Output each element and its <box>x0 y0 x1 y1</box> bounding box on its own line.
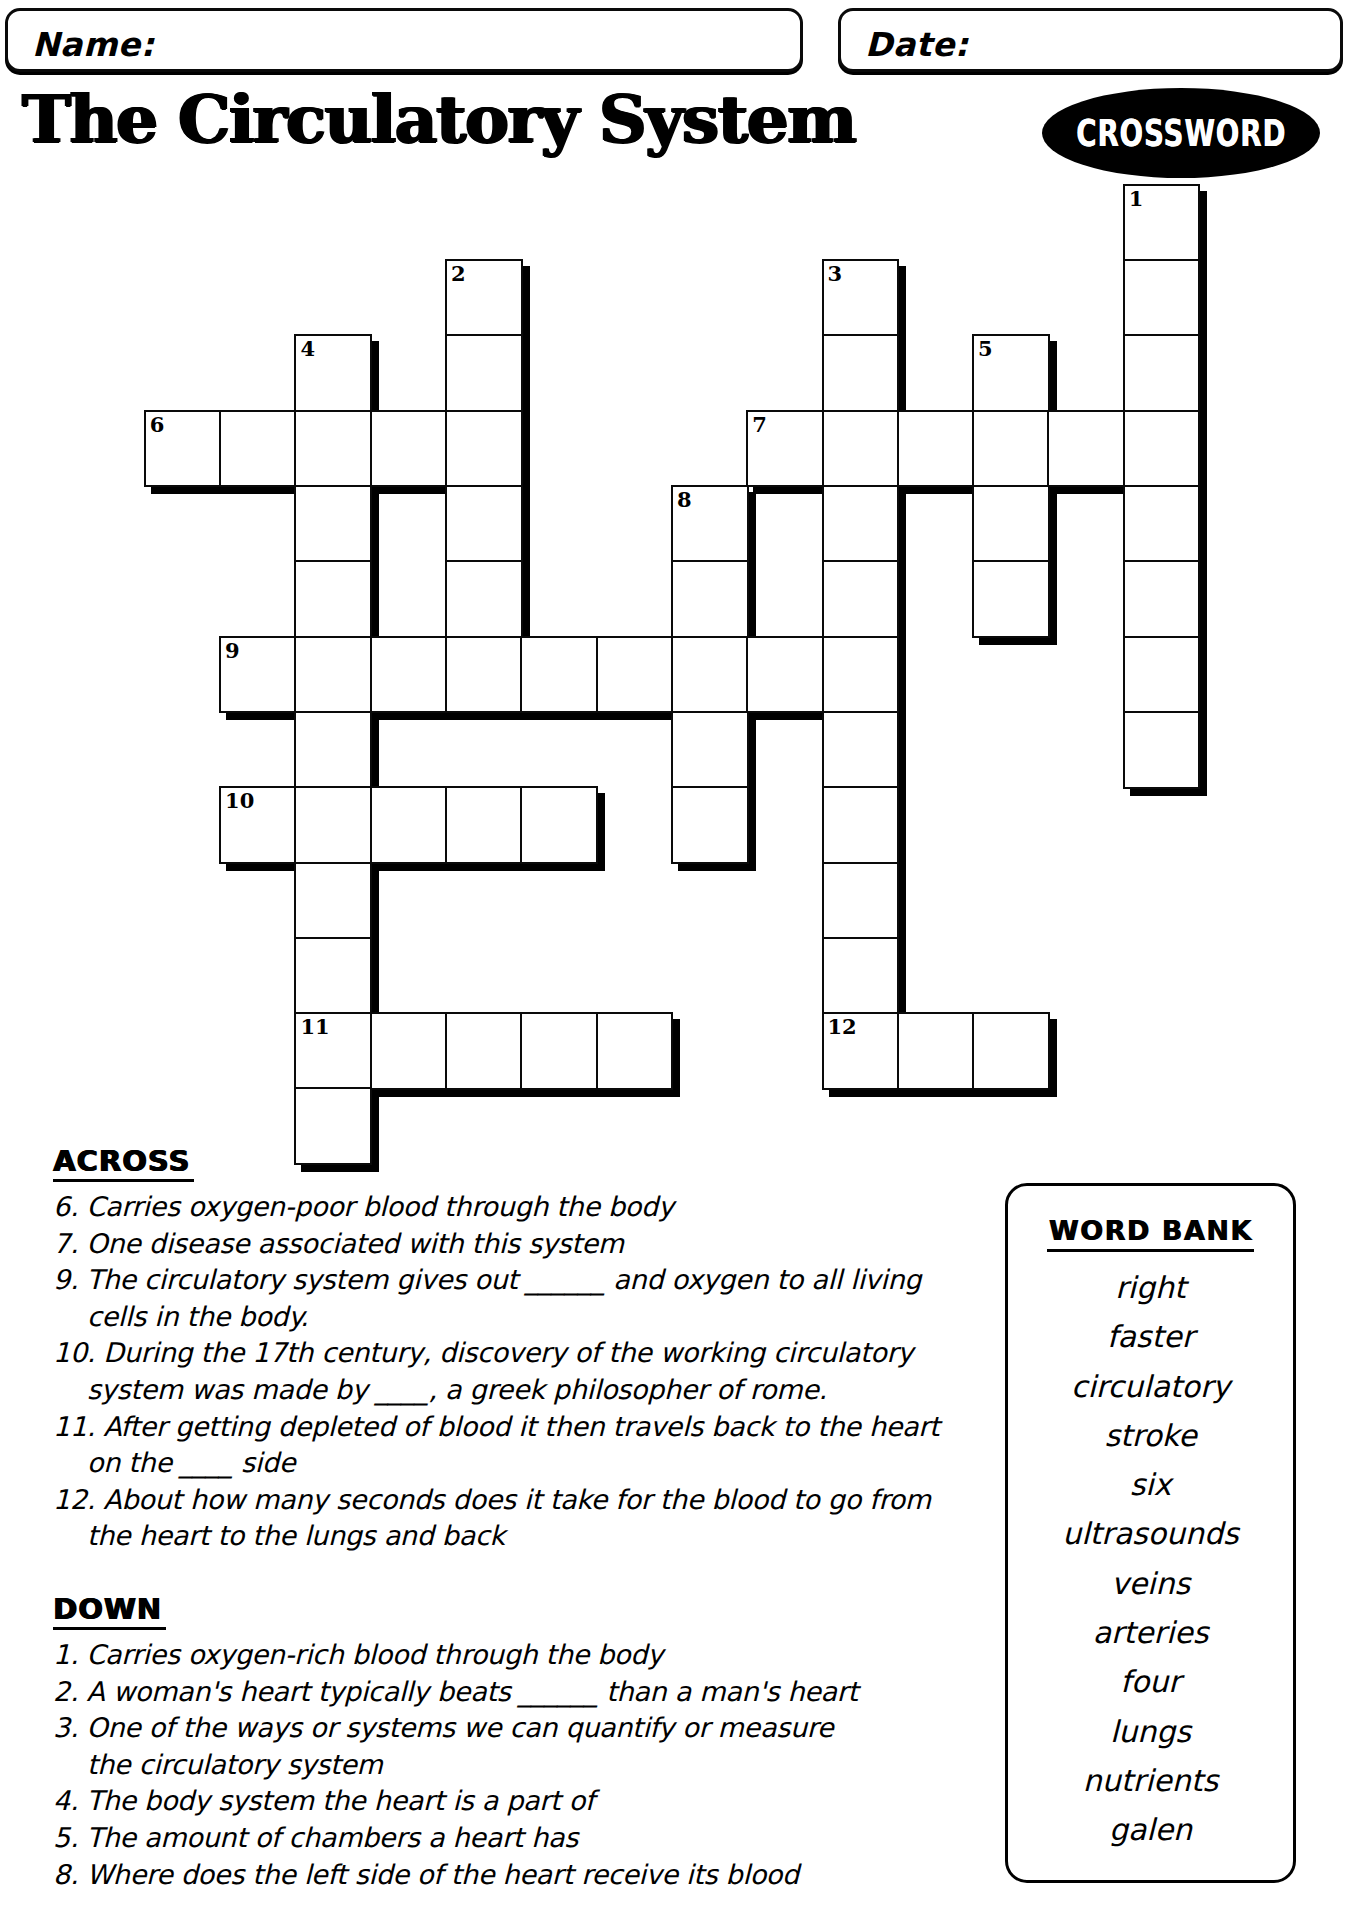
cell-r0c13[interactable]: 1 <box>1123 184 1201 262</box>
clue-number-7: 7 <box>752 413 767 436</box>
cell-r2c13[interactable] <box>1123 334 1201 412</box>
cell-r2c2[interactable]: 4 <box>294 334 372 412</box>
cell-r4c11[interactable] <box>972 485 1050 563</box>
clue-number-8: 8 <box>677 488 692 511</box>
cell-r8c5[interactable] <box>520 786 598 864</box>
cell-r7c13[interactable] <box>1123 711 1201 789</box>
down-clues: 1. Carries oxygen-rich blood through the… <box>53 1637 858 1893</box>
word-bank-word-nutrients: nutrients <box>1008 1756 1293 1805</box>
word-bank-word-circulatory: circulatory <box>1008 1362 1293 1411</box>
cell-r5c2[interactable] <box>294 560 372 638</box>
cell-r3c2[interactable] <box>294 410 372 488</box>
cell-r10c9[interactable] <box>822 937 900 1015</box>
across-clue-12-cont: the heart to the lungs and back <box>53 1518 939 1555</box>
across-clue-11: 11. After getting depleted of blood it t… <box>53 1409 939 1446</box>
word-bank-word-arteries: arteries <box>1008 1608 1293 1657</box>
word-bank-heading: WORD BANK <box>1047 1215 1255 1252</box>
word-bank-word-veins: veins <box>1008 1559 1293 1608</box>
clue-number-4: 4 <box>300 337 315 360</box>
cell-r5c4[interactable] <box>445 560 523 638</box>
cell-r1c13[interactable] <box>1123 259 1201 337</box>
down-clue-1: 1. Carries oxygen-rich blood through the… <box>53 1637 858 1674</box>
word-bank-word-galen: galen <box>1008 1805 1293 1854</box>
down-clue-8: 8. Where does the left side of the heart… <box>53 1857 858 1894</box>
cell-r10c2[interactable] <box>294 937 372 1015</box>
cell-r3c10[interactable] <box>897 410 975 488</box>
word-bank-word-faster: faster <box>1008 1312 1293 1361</box>
cell-r6c1[interactable]: 9 <box>219 636 297 714</box>
cell-r3c12[interactable] <box>1047 410 1125 488</box>
clue-number-5: 5 <box>978 337 993 360</box>
cell-r7c7[interactable] <box>671 711 749 789</box>
cell-r7c9[interactable] <box>822 711 900 789</box>
cell-r5c13[interactable] <box>1123 560 1201 638</box>
word-bank-word-lungs: lungs <box>1008 1707 1293 1756</box>
cell-r3c4[interactable] <box>445 410 523 488</box>
cell-r6c9[interactable] <box>822 636 900 714</box>
across-section: ACROSS 6. Carries oxygen-poor blood thro… <box>53 1144 939 1555</box>
down-clue-5: 5. The amount of chambers a heart has <box>53 1820 858 1857</box>
cell-r1c9[interactable]: 3 <box>822 259 900 337</box>
clue-number-12: 12 <box>828 1015 857 1038</box>
cell-r5c9[interactable] <box>822 560 900 638</box>
cell-r2c11[interactable]: 5 <box>972 334 1050 412</box>
cell-r11c3[interactable] <box>370 1012 448 1090</box>
across-clue-9: 9. The circulatory system gives out ____… <box>53 1262 939 1299</box>
cell-r3c13[interactable] <box>1123 410 1201 488</box>
cell-r2c9[interactable] <box>822 334 900 412</box>
cell-r8c7[interactable] <box>671 786 749 864</box>
across-heading: ACROSS <box>53 1144 194 1182</box>
clue-number-1: 1 <box>1129 187 1144 210</box>
word-bank-words: rightfastercirculatorystrokesixultrasoun… <box>1008 1263 1293 1855</box>
clue-number-3: 3 <box>828 262 843 285</box>
cell-r3c11[interactable] <box>972 410 1050 488</box>
down-clue-3-cont: the circulatory system <box>53 1747 858 1784</box>
cell-r6c2[interactable] <box>294 636 372 714</box>
cell-r6c13[interactable] <box>1123 636 1201 714</box>
word-bank-word-four: four <box>1008 1657 1293 1706</box>
across-clue-10-cont: system was made by ____, a greek philoso… <box>53 1372 939 1409</box>
word-bank: WORD BANK rightfastercirculatorystrokesi… <box>1005 1183 1296 1883</box>
across-clues: 6. Carries oxygen-poor blood through the… <box>53 1189 939 1555</box>
cell-r8c9[interactable] <box>822 786 900 864</box>
cell-r4c13[interactable] <box>1123 485 1201 563</box>
cell-r8c3[interactable] <box>370 786 448 864</box>
cell-r6c6[interactable] <box>596 636 674 714</box>
cell-r7c2[interactable] <box>294 711 372 789</box>
word-bank-word-stroke: stroke <box>1008 1411 1293 1460</box>
cell-r3c8[interactable]: 7 <box>746 410 824 488</box>
cell-r6c5[interactable] <box>520 636 598 714</box>
cell-r11c6[interactable] <box>596 1012 674 1090</box>
across-clue-7: 7. One disease associated with this syst… <box>53 1226 939 1263</box>
cell-r11c2[interactable]: 11 <box>294 1012 372 1090</box>
cell-r4c9[interactable] <box>822 485 900 563</box>
clue-number-2: 2 <box>451 262 466 285</box>
cell-r11c4[interactable] <box>445 1012 523 1090</box>
cell-r8c1[interactable]: 10 <box>219 786 297 864</box>
across-clue-6: 6. Carries oxygen-poor blood through the… <box>53 1189 939 1226</box>
cell-r8c2[interactable] <box>294 786 372 864</box>
down-clue-4: 4. The body system the heart is a part o… <box>53 1783 858 1820</box>
cell-r3c0[interactable]: 6 <box>144 410 222 488</box>
clue-number-6: 6 <box>150 413 165 436</box>
across-clue-12: 12. About how many seconds does it take … <box>53 1482 939 1519</box>
cell-r11c5[interactable] <box>520 1012 598 1090</box>
across-clue-10: 10. During the 17th century, discovery o… <box>53 1335 939 1372</box>
down-heading: DOWN <box>53 1592 166 1630</box>
cell-r6c3[interactable] <box>370 636 448 714</box>
across-clue-9-cont: cells in the body. <box>53 1299 939 1336</box>
cell-r9c9[interactable] <box>822 862 900 940</box>
cell-r3c9[interactable] <box>822 410 900 488</box>
cell-r11c11[interactable] <box>972 1012 1050 1090</box>
word-bank-word-right: right <box>1008 1263 1293 1312</box>
clue-number-9: 9 <box>225 639 240 662</box>
down-section: DOWN 1. Carries oxygen-rich blood throug… <box>53 1592 858 1893</box>
cell-r6c4[interactable] <box>445 636 523 714</box>
down-clue-2: 2. A woman's heart typically beats _____… <box>53 1674 858 1711</box>
cell-r4c4[interactable] <box>445 485 523 563</box>
cell-r6c7[interactable] <box>671 636 749 714</box>
cell-r3c1[interactable] <box>219 410 297 488</box>
word-bank-word-ultrasounds: ultrasounds <box>1008 1509 1293 1558</box>
clue-number-10: 10 <box>225 789 254 812</box>
cell-r11c9[interactable]: 12 <box>822 1012 900 1090</box>
cell-r1c4[interactable]: 2 <box>445 259 523 337</box>
cell-r9c2[interactable] <box>294 862 372 940</box>
crossword-grid: 123456789101112 <box>0 0 1350 1250</box>
cell-r8c4[interactable] <box>445 786 523 864</box>
down-clue-3: 3. One of the ways or systems we can qua… <box>53 1710 858 1747</box>
clue-number-11: 11 <box>300 1015 329 1038</box>
cell-r5c11[interactable] <box>972 560 1050 638</box>
word-bank-word-six: six <box>1008 1460 1293 1509</box>
cell-r6c8[interactable] <box>746 636 824 714</box>
cell-r5c7[interactable] <box>671 560 749 638</box>
cell-r11c10[interactable] <box>897 1012 975 1090</box>
cell-r4c2[interactable] <box>294 485 372 563</box>
cell-r3c3[interactable] <box>370 410 448 488</box>
cell-r4c7[interactable]: 8 <box>671 485 749 563</box>
across-clue-11-cont: on the ____ side <box>53 1445 939 1482</box>
cell-r2c4[interactable] <box>445 334 523 412</box>
